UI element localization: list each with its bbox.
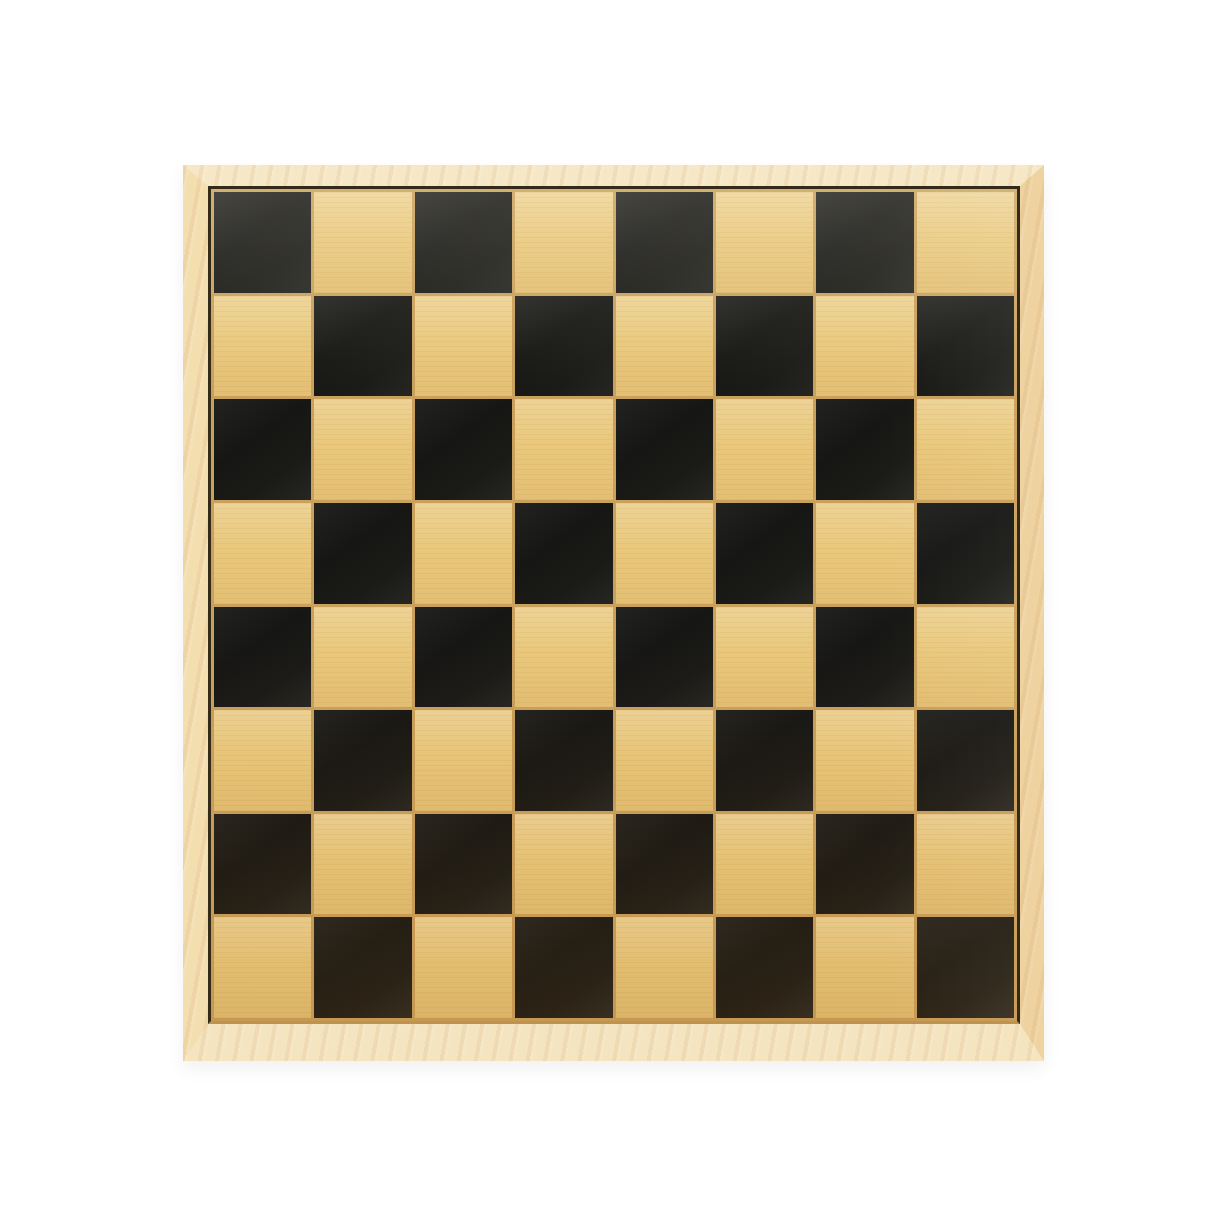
- square-r7c6[interactable]: [716, 814, 813, 915]
- square-r5c2[interactable]: [314, 607, 411, 708]
- square-r6c2[interactable]: [314, 710, 411, 811]
- square-r5c8[interactable]: [917, 607, 1014, 708]
- square-r4c2[interactable]: [314, 503, 411, 604]
- square-r4c6[interactable]: [716, 503, 813, 604]
- square-r2c8[interactable]: [917, 296, 1014, 397]
- square-r3c5[interactable]: [616, 399, 713, 500]
- square-r6c5[interactable]: [616, 710, 713, 811]
- square-r2c6[interactable]: [716, 296, 813, 397]
- square-r1c7[interactable]: [816, 192, 913, 293]
- board-frame: [183, 165, 1044, 1061]
- square-r8c1[interactable]: [214, 917, 311, 1018]
- square-r6c7[interactable]: [816, 710, 913, 811]
- square-r1c4[interactable]: [515, 192, 612, 293]
- square-r5c4[interactable]: [515, 607, 612, 708]
- square-r7c8[interactable]: [917, 814, 1014, 915]
- square-r1c6[interactable]: [716, 192, 813, 293]
- square-r1c5[interactable]: [616, 192, 713, 293]
- square-r3c6[interactable]: [716, 399, 813, 500]
- square-r8c8[interactable]: [917, 917, 1014, 1018]
- square-r5c3[interactable]: [415, 607, 512, 708]
- square-r1c8[interactable]: [917, 192, 1014, 293]
- square-r3c3[interactable]: [415, 399, 512, 500]
- square-r6c1[interactable]: [214, 710, 311, 811]
- square-r4c3[interactable]: [415, 503, 512, 604]
- square-r8c4[interactable]: [515, 917, 612, 1018]
- square-r3c7[interactable]: [816, 399, 913, 500]
- square-r5c5[interactable]: [616, 607, 713, 708]
- square-r7c7[interactable]: [816, 814, 913, 915]
- square-r2c4[interactable]: [515, 296, 612, 397]
- square-r8c2[interactable]: [314, 917, 411, 1018]
- square-r7c3[interactable]: [415, 814, 512, 915]
- square-r6c8[interactable]: [917, 710, 1014, 811]
- square-r3c1[interactable]: [214, 399, 311, 500]
- square-r6c3[interactable]: [415, 710, 512, 811]
- square-r3c4[interactable]: [515, 399, 612, 500]
- square-r7c2[interactable]: [314, 814, 411, 915]
- square-r2c5[interactable]: [616, 296, 713, 397]
- square-r7c4[interactable]: [515, 814, 612, 915]
- square-r7c5[interactable]: [616, 814, 713, 915]
- square-r2c2[interactable]: [314, 296, 411, 397]
- square-r4c1[interactable]: [214, 503, 311, 604]
- square-r4c8[interactable]: [917, 503, 1014, 604]
- square-r5c1[interactable]: [214, 607, 311, 708]
- square-r7c1[interactable]: [214, 814, 311, 915]
- square-r6c6[interactable]: [716, 710, 813, 811]
- square-r4c4[interactable]: [515, 503, 612, 604]
- square-r1c1[interactable]: [214, 192, 311, 293]
- square-r3c8[interactable]: [917, 399, 1014, 500]
- square-r5c6[interactable]: [716, 607, 813, 708]
- square-r6c4[interactable]: [515, 710, 612, 811]
- square-r1c3[interactable]: [415, 192, 512, 293]
- square-r2c7[interactable]: [816, 296, 913, 397]
- square-r5c7[interactable]: [816, 607, 913, 708]
- square-r2c1[interactable]: [214, 296, 311, 397]
- square-r4c5[interactable]: [616, 503, 713, 604]
- chessboard: [208, 186, 1020, 1024]
- product-photo-background: [0, 0, 1214, 1214]
- square-r4c7[interactable]: [816, 503, 913, 604]
- square-r3c2[interactable]: [314, 399, 411, 500]
- square-r8c7[interactable]: [816, 917, 913, 1018]
- square-r2c3[interactable]: [415, 296, 512, 397]
- square-r8c3[interactable]: [415, 917, 512, 1018]
- square-r8c5[interactable]: [616, 917, 713, 1018]
- square-r1c2[interactable]: [314, 192, 411, 293]
- square-r8c6[interactable]: [716, 917, 813, 1018]
